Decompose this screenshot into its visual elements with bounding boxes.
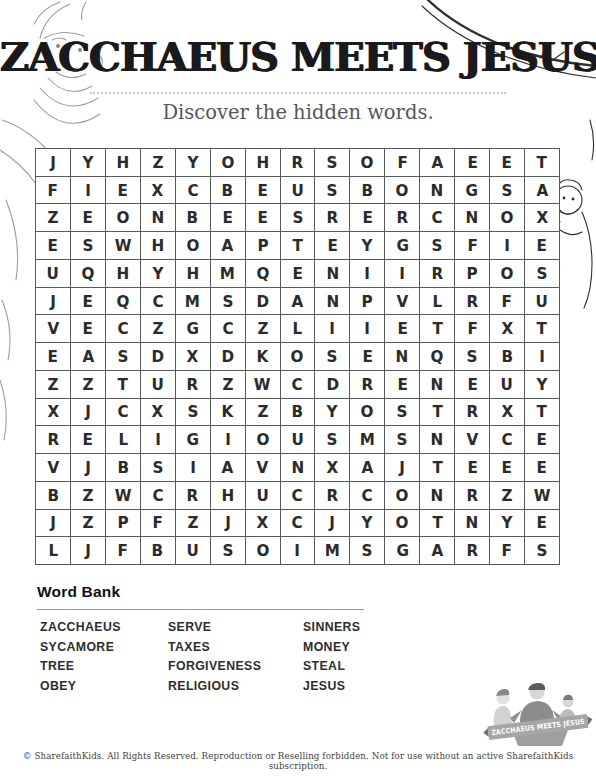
grid-cell[interactable]: E [490,149,524,176]
grid-cell[interactable]: B [176,204,210,231]
grid-letter: O [116,208,129,227]
grid-letter: X [536,208,548,227]
grid-letter: F [48,181,58,200]
grid-cell[interactable]: C [211,315,245,342]
grid-cell[interactable]: E [455,149,489,176]
grid-letter: I [155,430,161,449]
grid-cell[interactable]: N [385,343,419,370]
grid-letter: N [396,347,409,366]
grid-letter: F [467,236,477,255]
grid-cell[interactable]: A [211,454,245,481]
grid-cell[interactable]: A [281,288,315,315]
grid-cell[interactable]: I [315,315,349,342]
grid-cell[interactable]: U [36,260,70,287]
grid-cell[interactable]: V [385,288,419,315]
grid-letter: Z [152,153,163,172]
page-title: ZACCHAEUS MEETS JESUS [0,33,596,80]
grid-cell[interactable]: U [246,482,280,509]
grid-cell[interactable]: L [420,288,454,315]
grid-cell[interactable]: N [315,260,349,287]
grid-cell[interactable]: C [176,177,210,204]
grid-cell[interactable]: W [525,482,559,509]
grid-letter: L [118,430,128,449]
grid-letter: S [537,541,548,560]
grid-cell[interactable]: Z [71,510,105,537]
grid-cell[interactable]: E [525,510,559,537]
grid-cell[interactable]: S [315,149,349,176]
grid-cell[interactable]: I [385,260,419,287]
grid-cell[interactable]: P [350,288,384,315]
grid-cell[interactable]: N [420,177,454,204]
grid-cell[interactable]: T [420,510,454,537]
grid-cell[interactable]: H [106,260,140,287]
grid-cell[interactable]: P [106,510,140,537]
grid-letter: J [225,513,231,532]
grid-cell[interactable]: S [525,537,559,564]
grid-cell[interactable]: S [211,288,245,315]
grid-cell[interactable]: N [315,288,349,315]
grid-cell[interactable]: Y [71,149,105,176]
grid-cell[interactable]: E [71,315,105,342]
grid-cell[interactable]: Z [36,371,70,398]
grid-cell[interactable]: S [315,177,349,204]
grid-letter: E [327,236,337,255]
grid-letter: C [117,402,128,421]
grid-cell[interactable]: X [490,399,524,426]
grid-cell[interactable]: C [106,399,140,426]
grid-cell[interactable]: M [350,426,384,453]
grid-letter: A [82,347,94,366]
grid-cell[interactable]: O [350,149,384,176]
grid-cell[interactable]: V [455,426,489,453]
grid-cell[interactable]: N [420,482,454,509]
grid-letter: B [292,402,304,421]
grid-cell[interactable]: C [350,482,384,509]
grid-cell[interactable]: E [525,426,559,453]
word-bank-column-3: SINNERSMONEYSTEALJESUS [303,620,360,693]
grid-cell[interactable]: R [455,482,489,509]
grid-cell[interactable]: W [106,232,140,259]
grid-cell[interactable]: B [281,399,315,426]
grid-cell[interactable]: R [455,537,489,564]
grid-cell[interactable]: E [71,204,105,231]
grid-cell[interactable]: N [281,454,315,481]
grid-cell[interactable]: Z [490,482,524,509]
grid-letter: D [221,347,234,366]
grid-cell[interactable]: J [36,288,70,315]
grid-cell[interactable]: Q [106,288,140,315]
grid-letter: Z [257,319,268,338]
grid-letter: P [467,264,478,283]
grid-cell[interactable]: B [106,454,140,481]
grid-cell[interactable]: D [315,371,349,398]
grid-cell[interactable]: E [211,204,245,231]
grid-cell[interactable]: S [315,426,349,453]
grid-cell[interactable]: S [385,426,419,453]
grid-cell[interactable]: L [281,315,315,342]
grid-cell[interactable]: E [246,204,280,231]
grid-letter: C [187,181,198,200]
grid-cell[interactable]: X [315,454,349,481]
grid-cell[interactable]: J [71,454,105,481]
grid-cell[interactable]: J [315,510,349,537]
grid-cell[interactable]: S [420,232,454,259]
grid-cell[interactable]: I [141,426,175,453]
grid-cell[interactable]: E [525,454,559,481]
grid-letter: O [501,264,514,283]
grid-cell[interactable]: Q [71,260,105,287]
grid-cell[interactable]: H [211,482,245,509]
grid-cell[interactable]: X [246,510,280,537]
grid-cell[interactable]: L [36,537,70,564]
grid-cell[interactable]: T [106,371,140,398]
grid-letter: I [190,458,196,477]
grid-cell[interactable]: C [281,371,315,398]
grid-cell[interactable]: I [176,454,210,481]
grid-cell[interactable]: U [281,177,315,204]
grid-letter: J [50,153,56,172]
grid-cell[interactable]: N [455,204,489,231]
grid-cell[interactable]: H [246,149,280,176]
grid-cell[interactable]: Y [176,149,210,176]
grid-cell[interactable]: F [141,510,175,537]
grid-cell[interactable]: H [106,149,140,176]
grid-letter: Z [152,319,163,338]
grid-cell[interactable]: U [281,426,315,453]
grid-cell[interactable]: R [36,426,70,453]
grid-letter: J [50,292,56,311]
grid-cell[interactable]: I [350,315,384,342]
grid-cell[interactable]: S [455,343,489,370]
grid-cell[interactable]: E [71,426,105,453]
grid-letter: J [85,541,91,560]
grid-cell[interactable]: Y [490,510,524,537]
grid-cell[interactable]: O [490,260,524,287]
word-bank-item: MONEY [303,640,360,654]
grid-cell[interactable]: O [350,399,384,426]
grid-cell[interactable]: R [176,482,210,509]
grid-cell[interactable]: Y [141,260,175,287]
grid-cell[interactable]: C [106,315,140,342]
grid-cell[interactable]: I [525,343,559,370]
grid-cell[interactable]: B [490,343,524,370]
grid-cell[interactable]: J [211,510,245,537]
grid-letter: S [397,430,408,449]
grid-cell[interactable]: S [176,399,210,426]
grid-cell[interactable]: J [71,399,105,426]
grid-cell[interactable]: B [141,537,175,564]
grid-letter: P [117,513,128,532]
grid-cell[interactable]: R [315,204,349,231]
word-bank-item: OBEY [40,679,121,693]
grid-cell[interactable]: A [350,454,384,481]
grid-cell[interactable]: O [176,232,210,259]
grid-cell[interactable]: R [385,204,419,231]
grid-cell[interactable]: E [315,232,349,259]
grid-cell[interactable]: R [455,288,489,315]
grid-cell[interactable]: C [141,288,175,315]
grid-cell[interactable]: Y [315,399,349,426]
grid-cell[interactable]: G [455,177,489,204]
grid-cell[interactable]: K [211,399,245,426]
grid-letter: Y [502,513,513,532]
grid-cell[interactable]: F [36,177,70,204]
word-bank-item: ZACCHAEUS [40,620,121,634]
grid-cell[interactable]: B [350,177,384,204]
grid-cell[interactable]: O [106,204,140,231]
grid-cell[interactable]: N [455,510,489,537]
grid-cell[interactable]: G [385,537,419,564]
grid-letter: E [537,430,547,449]
grid-cell[interactable]: F [490,537,524,564]
grid-cell[interactable]: A [420,537,454,564]
word-bank-item: RELIGIOUS [168,679,261,693]
grid-cell[interactable]: T [281,232,315,259]
grid-letter: N [151,208,164,227]
grid-cell[interactable]: F [385,149,419,176]
grid-cell[interactable]: Z [71,371,105,398]
grid-letter: Q [431,347,444,366]
grid-cell[interactable]: F [455,232,489,259]
grid-cell[interactable]: A [420,149,454,176]
grid-letter: F [397,153,407,172]
grid-cell[interactable]: S [490,177,524,204]
grid-cell[interactable]: Y [525,371,559,398]
grid-cell[interactable]: S [71,232,105,259]
grid-cell[interactable]: O [385,482,419,509]
grid-letter: R [187,486,199,505]
grid-cell[interactable]: G [176,315,210,342]
grid-letter: K [222,402,234,421]
grid-cell[interactable]: T [525,315,559,342]
grid-cell[interactable]: E [490,454,524,481]
grid-cell[interactable]: A [525,177,559,204]
grid-cell[interactable]: G [385,232,419,259]
grid-letter: Z [47,375,58,394]
grid-cell[interactable]: Z [246,315,280,342]
grid-cell[interactable]: E [455,371,489,398]
grid-letter: S [327,347,338,366]
grid-letter: Z [82,375,93,394]
grid-cell[interactable]: K [246,343,280,370]
grid-cell[interactable]: Y [350,510,384,537]
grid-letter: I [85,181,91,200]
grid-cell[interactable]: N [141,204,175,231]
grid-letter: S [537,264,548,283]
grid-cell[interactable]: C [420,204,454,231]
grid-cell[interactable]: U [141,371,175,398]
grid-cell[interactable]: W [106,482,140,509]
grid-cell[interactable]: I [281,537,315,564]
grid-cell[interactable]: R [350,371,384,398]
grid-cell[interactable]: M [176,288,210,315]
grid-letter: S [82,236,93,255]
grid-letter: T [537,153,547,172]
grid-cell[interactable]: T [420,454,454,481]
grid-cell[interactable]: E [385,315,419,342]
grid-cell[interactable]: H [141,232,175,259]
grid-cell[interactable]: S [211,537,245,564]
grid-cell[interactable]: D [141,343,175,370]
grid-cell[interactable]: L [106,426,140,453]
grid-cell[interactable]: A [211,232,245,259]
grid-cell[interactable]: X [141,399,175,426]
grid-cell[interactable]: E [246,177,280,204]
grid-cell[interactable]: C [490,426,524,453]
grid-cell[interactable]: O [246,537,280,564]
grid-cell[interactable]: M [315,537,349,564]
grid-cell[interactable]: S [385,399,419,426]
grid-letter: E [83,208,93,227]
grid-cell[interactable]: C [141,482,175,509]
grid-letter: C [502,430,513,449]
grid-letter: C [222,319,233,338]
grid-letter: O [186,236,199,255]
grid-cell[interactable]: V [36,454,70,481]
grid-cell[interactable]: Y [350,232,384,259]
grid-letter: R [327,208,339,227]
grid-letter: I [365,319,371,338]
grid-cell[interactable]: Z [71,482,105,509]
grid-cell[interactable]: W [246,371,280,398]
grid-cell[interactable]: S [350,537,384,564]
grid-letter: F [153,513,163,532]
grid-cell[interactable]: G [176,426,210,453]
grid-cell[interactable]: X [176,343,210,370]
grid-letter: I [399,264,405,283]
grid-letter: A [431,541,443,560]
grid-cell[interactable]: O [490,204,524,231]
grid-cell[interactable]: I [211,426,245,453]
grid-cell[interactable]: B [211,177,245,204]
grid-cell[interactable]: S [106,343,140,370]
grid-letter: V [466,430,478,449]
grid-letter: Z [47,208,58,227]
grid-cell[interactable]: J [71,537,105,564]
grid-cell[interactable]: J [36,149,70,176]
grid-cell[interactable]: S [315,343,349,370]
grid-cell[interactable]: O [385,177,419,204]
grid-cell[interactable]: Z [211,371,245,398]
grid-cell[interactable]: B [36,482,70,509]
grid-letter: R [327,486,339,505]
grid-cell[interactable]: P [455,260,489,287]
grid-cell[interactable]: U [525,288,559,315]
grid-cell[interactable]: T [525,399,559,426]
grid-cell[interactable]: E [385,371,419,398]
grid-cell[interactable]: I [71,177,105,204]
grid-cell[interactable]: V [246,454,280,481]
grid-letter: S [397,402,408,421]
grid-cell[interactable]: S [525,260,559,287]
word-bank-column-1: ZACCHAEUSSYCAMORETREEOBEY [40,620,121,693]
grid-cell[interactable]: X [490,315,524,342]
grid-cell[interactable]: J [385,454,419,481]
grid-letter: E [502,153,512,172]
grid-cell[interactable]: V [36,315,70,342]
grid-cell[interactable]: Z [141,149,175,176]
grid-letter: J [330,513,336,532]
grid-cell[interactable]: S [141,454,175,481]
grid-cell[interactable]: E [455,454,489,481]
grid-cell[interactable]: E [350,343,384,370]
grid-cell[interactable]: R [281,149,315,176]
grid-letter: N [431,181,444,200]
grid-cell[interactable]: M [211,260,245,287]
grid-cell[interactable]: Z [246,399,280,426]
grid-letter: I [365,264,371,283]
grid-letter: E [48,347,58,366]
grid-cell[interactable]: C [281,482,315,509]
grid-cell[interactable]: E [525,232,559,259]
grid-cell[interactable]: Q [246,260,280,287]
grid-cell[interactable]: F [455,315,489,342]
grid-cell[interactable]: E [106,177,140,204]
grid-cell[interactable]: I [350,260,384,287]
grid-letter: G [186,430,198,449]
grid-cell[interactable]: P [246,232,280,259]
grid-cell[interactable]: E [36,232,70,259]
grid-cell[interactable]: R [420,260,454,287]
grid-cell[interactable]: X [141,177,175,204]
grid-letter: N [326,292,339,311]
grid-cell[interactable]: T [420,315,454,342]
grid-cell[interactable]: X [525,204,559,231]
grid-letter: H [116,153,129,172]
grid-cell[interactable]: N [420,426,454,453]
grid-cell[interactable]: Z [141,315,175,342]
grid-letter: A [292,292,304,311]
grid-cell[interactable]: E [71,288,105,315]
grid-cell[interactable]: E [36,343,70,370]
grid-cell[interactable]: N [420,371,454,398]
grid-cell[interactable]: O [385,510,419,537]
grid-cell[interactable]: Z [36,204,70,231]
grid-cell[interactable]: D [246,288,280,315]
grid-cell[interactable]: R [315,482,349,509]
grid-letter: N [431,486,444,505]
grid-cell[interactable]: X [36,399,70,426]
grid-cell[interactable]: R [455,399,489,426]
grid-cell[interactable]: T [420,399,454,426]
grid-cell[interactable]: J [36,510,70,537]
grid-cell[interactable]: I [490,232,524,259]
grid-cell[interactable]: F [106,537,140,564]
grid-letter: N [466,208,479,227]
grid-cell[interactable]: A [71,343,105,370]
grid-cell[interactable]: O [211,149,245,176]
grid-cell[interactable]: U [176,537,210,564]
grid-cell[interactable]: H [176,260,210,287]
grid-cell[interactable]: O [246,426,280,453]
grid-cell[interactable]: D [211,343,245,370]
grid-cell[interactable]: Z [176,510,210,537]
grid-cell[interactable]: S [281,204,315,231]
grid-letter: O [501,208,514,227]
grid-cell[interactable]: O [281,343,315,370]
grid-cell[interactable]: E [281,260,315,287]
grid-letter: C [292,486,303,505]
grid-cell[interactable]: F [490,288,524,315]
grid-letter: N [291,458,304,477]
grid-cell[interactable]: C [281,510,315,537]
grid-cell[interactable]: E [350,204,384,231]
grid-cell[interactable]: R [176,371,210,398]
grid-cell[interactable]: U [490,371,524,398]
grid-cell[interactable]: T [525,149,559,176]
grid-cell[interactable]: Q [420,343,454,370]
grid-letter: C [152,292,163,311]
